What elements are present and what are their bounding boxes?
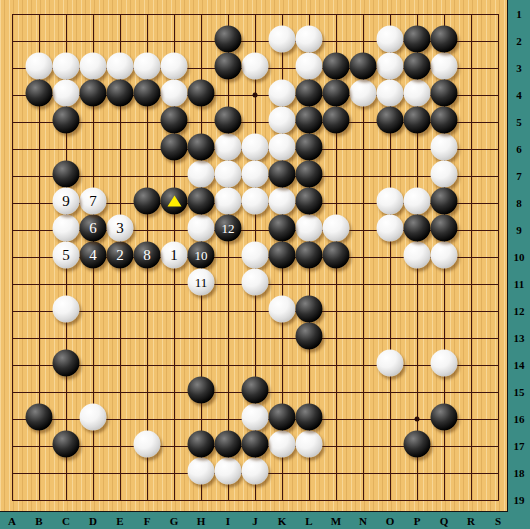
row-label-3: 3 [508,61,530,75]
stone-white-Q10[interactable] [431,242,458,269]
stone-white-L2[interactable] [296,26,323,53]
stone-white-I7[interactable] [215,161,242,188]
stone-white-D8[interactable]: 7 [80,188,107,215]
stone-white-O14[interactable] [377,350,404,377]
stone-white-Q14[interactable] [431,350,458,377]
stone-black-P3[interactable] [404,53,431,80]
stone-black-P17[interactable] [404,431,431,458]
stone-black-Q5[interactable] [431,107,458,134]
stone-black-I9[interactable]: 12 [215,215,242,242]
stone-white-O9[interactable] [377,215,404,242]
row-label-17: 17 [508,439,530,453]
stone-white-B3[interactable] [26,53,53,80]
stone-white-C9[interactable] [53,215,80,242]
stone-white-F17[interactable] [134,431,161,458]
star-point-P16 [415,417,420,422]
stone-black-I5[interactable] [215,107,242,134]
stone-black-D10[interactable]: 4 [80,242,107,269]
stone-black-N3[interactable] [350,53,377,80]
column-label-K: K [269,514,295,528]
stone-black-Q9[interactable] [431,215,458,242]
column-label-P: P [404,514,430,528]
row-label-18: 18 [508,466,530,480]
stone-black-D4[interactable] [80,80,107,107]
stone-black-L16[interactable] [296,404,323,431]
stone-move-number: 1 [170,248,178,263]
stone-black-F10[interactable]: 8 [134,242,161,269]
row-label-12: 12 [508,304,530,318]
stone-black-Q16[interactable] [431,404,458,431]
row-label-5: 5 [508,115,530,129]
stone-move-number: 3 [116,221,124,236]
grid-line-vertical [471,14,472,501]
stone-white-K12[interactable] [269,296,296,323]
column-label-C: C [53,514,79,528]
stone-black-J17[interactable] [242,431,269,458]
row-label-15: 15 [508,385,530,399]
row-label-6: 6 [508,142,530,156]
stone-black-K7[interactable] [269,161,296,188]
stone-white-H9[interactable] [188,215,215,242]
stone-black-D9[interactable]: 6 [80,215,107,242]
column-label-R: R [458,514,484,528]
stone-black-L7[interactable] [296,161,323,188]
column-label-D: D [80,514,106,528]
stone-white-O2[interactable] [377,26,404,53]
stone-white-M9[interactable] [323,215,350,242]
column-label-L: L [296,514,322,528]
stone-move-number: 6 [89,221,97,236]
column-label-N: N [350,514,376,528]
stone-black-E4[interactable] [107,80,134,107]
stone-black-L10[interactable] [296,242,323,269]
row-label-8: 8 [508,196,530,210]
stone-black-E10[interactable]: 2 [107,242,134,269]
column-label-B: B [26,514,52,528]
row-label-9: 9 [508,223,530,237]
column-label-A: A [0,514,25,528]
stone-white-J10[interactable] [242,242,269,269]
stone-black-F4[interactable] [134,80,161,107]
stone-black-L8[interactable] [296,188,323,215]
stone-black-L6[interactable] [296,134,323,161]
row-label-2: 2 [508,34,530,48]
stone-white-G3[interactable] [161,53,188,80]
stone-black-P9[interactable] [404,215,431,242]
stone-white-H11[interactable]: 11 [188,269,215,296]
stone-move-number: 10 [195,249,208,262]
stone-black-K9[interactable] [269,215,296,242]
stone-white-C10[interactable]: 5 [53,242,80,269]
stone-black-K10[interactable] [269,242,296,269]
stone-black-Q2[interactable] [431,26,458,53]
stone-black-K16[interactable] [269,404,296,431]
stone-black-L12[interactable] [296,296,323,323]
stone-white-H7[interactable] [188,161,215,188]
stone-black-L4[interactable] [296,80,323,107]
stone-white-K2[interactable] [269,26,296,53]
stone-white-I6[interactable] [215,134,242,161]
stone-white-F3[interactable] [134,53,161,80]
stone-white-J7[interactable] [242,161,269,188]
stone-black-O5[interactable] [377,107,404,134]
row-label-13: 13 [508,331,530,345]
stone-white-K6[interactable] [269,134,296,161]
stone-white-D3[interactable] [80,53,107,80]
stone-white-Q3[interactable] [431,53,458,80]
stone-white-I8[interactable] [215,188,242,215]
stone-black-G6[interactable] [161,134,188,161]
stone-move-number: 11 [195,276,208,289]
stone-white-E3[interactable] [107,53,134,80]
stone-black-I17[interactable] [215,431,242,458]
stone-white-N4[interactable] [350,80,377,107]
stone-black-P2[interactable] [404,26,431,53]
stone-white-C8[interactable]: 9 [53,188,80,215]
triangle-marker [167,195,181,206]
stone-black-L5[interactable] [296,107,323,134]
stone-black-I2[interactable] [215,26,242,53]
stone-black-Q8[interactable] [431,188,458,215]
stone-black-P5[interactable] [404,107,431,134]
stone-black-M4[interactable] [323,80,350,107]
stone-white-O4[interactable] [377,80,404,107]
stone-move-number: 9 [62,194,70,209]
stone-white-J18[interactable] [242,458,269,485]
row-label-10: 10 [508,250,530,264]
stone-move-number: 7 [89,194,97,209]
stone-black-G5[interactable] [161,107,188,134]
column-label-M: M [323,514,349,528]
grid-line-horizontal [12,500,499,501]
stone-white-I18[interactable] [215,458,242,485]
stone-white-G10[interactable]: 1 [161,242,188,269]
stone-black-M10[interactable] [323,242,350,269]
stone-black-M5[interactable] [323,107,350,134]
stone-white-J6[interactable] [242,134,269,161]
stone-black-L13[interactable] [296,323,323,350]
stone-white-L17[interactable] [296,431,323,458]
stone-black-C14[interactable] [53,350,80,377]
stone-black-H10[interactable]: 10 [188,242,215,269]
stone-black-I3[interactable] [215,53,242,80]
stone-black-H4[interactable] [188,80,215,107]
stone-white-P4[interactable] [404,80,431,107]
stone-black-J15[interactable] [242,377,269,404]
row-label-strip: 12345678910111213141516171819 [508,0,530,529]
stone-black-Q4[interactable] [431,80,458,107]
stone-white-K17[interactable] [269,431,296,458]
stone-white-J16[interactable] [242,404,269,431]
column-label-F: F [134,514,160,528]
column-label-Q: Q [431,514,457,528]
stone-move-number: 2 [116,248,124,263]
stone-move-number: 5 [62,248,70,263]
stone-white-K8[interactable] [269,188,296,215]
column-label-I: I [215,514,241,528]
stone-move-number: 8 [143,248,151,263]
row-label-11: 11 [508,277,530,291]
stone-black-F8[interactable] [134,188,161,215]
stone-white-D16[interactable] [80,404,107,431]
stone-white-Q7[interactable] [431,161,458,188]
stone-move-number: 4 [89,248,97,263]
stone-black-H6[interactable] [188,134,215,161]
stone-black-H8[interactable] [188,188,215,215]
row-label-19: 19 [508,493,530,507]
row-label-7: 7 [508,169,530,183]
stone-black-C7[interactable] [53,161,80,188]
stone-white-J11[interactable] [242,269,269,296]
grid-line-horizontal [12,311,499,312]
stone-white-J8[interactable] [242,188,269,215]
stone-black-H15[interactable] [188,377,215,404]
row-label-16: 16 [508,412,530,426]
stone-white-P10[interactable] [404,242,431,269]
stone-white-G4[interactable] [161,80,188,107]
stone-black-C5[interactable] [53,107,80,134]
column-label-G: G [161,514,187,528]
column-label-H: H [188,514,214,528]
grid-line-vertical [498,14,499,501]
stone-white-L9[interactable] [296,215,323,242]
stone-white-P8[interactable] [404,188,431,215]
stone-black-H17[interactable] [188,431,215,458]
stone-black-C17[interactable] [53,431,80,458]
stone-white-C3[interactable] [53,53,80,80]
stone-white-K5[interactable] [269,107,296,134]
stone-white-H18[interactable] [188,458,215,485]
stone-move-number: 12 [222,222,235,235]
stone-white-C4[interactable] [53,80,80,107]
column-label-J: J [242,514,268,528]
stone-black-M3[interactable] [323,53,350,80]
row-label-4: 4 [508,88,530,102]
stone-black-B4[interactable] [26,80,53,107]
stone-white-K4[interactable] [269,80,296,107]
stone-white-L3[interactable] [296,53,323,80]
column-label-S: S [485,514,511,528]
star-point-J4 [253,93,258,98]
grid-line-horizontal [12,365,499,366]
column-label-E: E [107,514,133,528]
grid-line-horizontal [12,338,499,339]
stone-black-G8[interactable] [161,188,188,215]
stone-white-O8[interactable] [377,188,404,215]
row-label-14: 14 [508,358,530,372]
stone-white-C12[interactable] [53,296,80,323]
stone-white-Q6[interactable] [431,134,458,161]
stone-white-J3[interactable] [242,53,269,80]
go-board[interactable]: 123456781091112 [0,0,508,512]
column-label-strip: ABCDEFGHIJKLMNOPQRS [0,512,530,529]
stone-black-B16[interactable] [26,404,53,431]
stone-white-O3[interactable] [377,53,404,80]
column-label-O: O [377,514,403,528]
go-diagram: 123456781091112 123456789101112131415161… [0,0,530,529]
row-label-1: 1 [508,7,530,21]
stone-white-E9[interactable]: 3 [107,215,134,242]
